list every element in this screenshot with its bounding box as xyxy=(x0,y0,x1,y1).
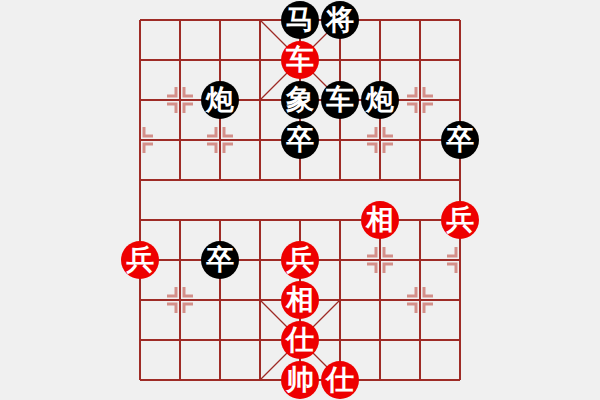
piece-red-elephant[interactable]: 相 xyxy=(281,281,319,319)
piece-red-advisor[interactable]: 仕 xyxy=(321,361,359,399)
piece-black-horse[interactable]: 马 xyxy=(281,1,319,39)
piece-black-cannon[interactable]: 炮 xyxy=(361,81,399,119)
piece-red-chariot[interactable]: 车 xyxy=(281,41,319,79)
xiangqi-app: 马将车炮象车炮卒卒相兵兵卒兵相仕帅仕 xyxy=(0,0,600,400)
piece-black-soldier[interactable]: 卒 xyxy=(201,241,239,279)
piece-red-soldier[interactable]: 兵 xyxy=(121,241,159,279)
piece-red-soldier[interactable]: 兵 xyxy=(281,241,319,279)
xiangqi-board[interactable]: 马将车炮象车炮卒卒相兵兵卒兵相仕帅仕 xyxy=(120,0,480,400)
piece-black-cannon[interactable]: 炮 xyxy=(201,81,239,119)
piece-black-chariot[interactable]: 车 xyxy=(321,81,359,119)
piece-red-soldier[interactable]: 兵 xyxy=(441,201,479,239)
piece-red-elephant[interactable]: 相 xyxy=(361,201,399,239)
piece-black-soldier[interactable]: 卒 xyxy=(281,121,319,159)
piece-black-general[interactable]: 将 xyxy=(321,1,359,39)
piece-red-advisor[interactable]: 仕 xyxy=(281,321,319,359)
piece-black-elephant[interactable]: 象 xyxy=(281,81,319,119)
piece-red-general[interactable]: 帅 xyxy=(281,361,319,399)
piece-black-soldier[interactable]: 卒 xyxy=(441,121,479,159)
